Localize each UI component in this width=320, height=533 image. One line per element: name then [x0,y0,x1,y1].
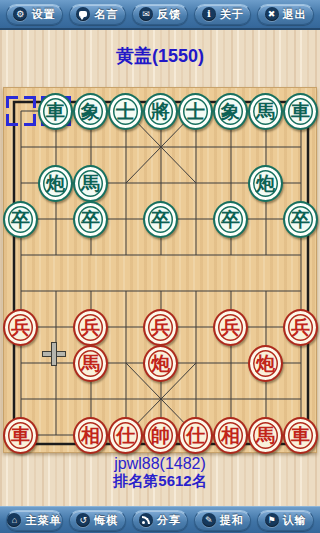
red-piece-C[interactable]: 炮 [248,345,283,382]
board-point[interactable]: 象 [73,93,108,129]
toolbar-button-speech-bubble[interactable]: 名言 [69,4,126,25]
black-piece-r[interactable]: 車 [283,93,318,130]
board-point[interactable]: 馬 [248,417,283,453]
gear-icon: ⚙ [13,7,27,21]
red-piece-P[interactable]: 兵 [73,309,108,346]
black-piece-p[interactable]: 卒 [3,201,38,238]
red-piece-P[interactable]: 兵 [143,309,178,346]
black-piece-p[interactable]: 卒 [283,201,318,238]
black-piece-n[interactable]: 馬 [248,93,283,130]
bottom-toolbar: ⌂主菜单↺悔棋分享✎提和⚑认输 [0,506,320,533]
black-piece-r[interactable]: 車 [38,93,73,130]
flag-icon: ⚑ [265,513,279,527]
board-point[interactable]: 卒 [283,201,318,237]
speech-bubble-icon [76,7,90,21]
crosshair-cursor [42,342,66,366]
board-point[interactable]: 兵 [283,309,318,345]
xiangqi-board[interactable]: 車象士將士象馬車炮馬炮卒卒卒卒卒兵兵兵兵兵馬炮炮車相仕帥仕相馬車 [3,87,317,453]
close-icon: ✖ [265,7,279,21]
red-piece-P[interactable]: 兵 [283,309,318,346]
red-piece-N[interactable]: 馬 [73,345,108,382]
board-point[interactable]: 兵 [73,309,108,345]
red-piece-B[interactable]: 相 [73,417,108,454]
share-icon [139,513,153,527]
board-point[interactable]: 車 [38,93,73,129]
board-point[interactable] [38,345,73,381]
board-point[interactable]: 炮 [143,345,178,381]
board-point[interactable]: 炮 [38,165,73,201]
board-point[interactable]: 車 [283,93,318,129]
board-point[interactable]: 兵 [3,309,38,345]
toolbar-button-label: 提和 [220,513,244,528]
board-point[interactable]: 卒 [3,201,38,237]
toolbar-button-flag[interactable]: ⚑认输 [257,510,314,531]
toolbar-button-label: 设置 [31,7,55,22]
pencil-icon: ✎ [202,513,216,527]
toolbar-button-close[interactable]: ✖退出 [257,4,314,25]
red-piece-A[interactable]: 仕 [178,417,213,454]
board-point[interactable]: 象 [213,93,248,129]
player-info: jpwl88(1482) 排名第5612名 [0,455,320,489]
last-move-from-marker [6,96,36,126]
toolbar-button-label: 悔棋 [94,513,118,528]
toolbar-button-gear[interactable]: ⚙设置 [6,4,63,25]
red-piece-B[interactable]: 相 [213,417,248,454]
player-rank: 排名第5612名 [0,473,320,490]
board-point[interactable]: 車 [283,417,318,453]
black-piece-a[interactable]: 士 [108,93,143,130]
envelope-icon: ✉ [139,7,153,21]
toolbar-button-share[interactable]: 分享 [132,510,189,531]
black-piece-c[interactable]: 炮 [38,165,73,202]
black-piece-p[interactable]: 卒 [73,201,108,238]
board-point[interactable]: 士 [108,93,143,129]
board-point[interactable]: 相 [213,417,248,453]
toolbar-button-label: 分享 [157,513,181,528]
board-point[interactable]: 卒 [73,201,108,237]
board-point[interactable]: 士 [178,93,213,129]
black-piece-b[interactable]: 象 [73,93,108,130]
black-piece-c[interactable]: 炮 [248,165,283,202]
board-point[interactable]: 將 [143,93,178,129]
red-piece-P[interactable]: 兵 [3,309,38,346]
black-piece-a[interactable]: 士 [178,93,213,130]
board-point[interactable]: 馬 [73,165,108,201]
board-point[interactable] [3,93,38,129]
board-point[interactable]: 馬 [73,345,108,381]
red-piece-K[interactable]: 帥 [143,417,178,454]
toolbar-button-undo[interactable]: ↺悔棋 [69,510,126,531]
red-piece-A[interactable]: 仕 [108,417,143,454]
undo-icon: ↺ [76,513,90,527]
board-point[interactable]: 卒 [143,201,178,237]
board-point[interactable]: 卒 [213,201,248,237]
toolbar-button-label: 退出 [283,7,307,22]
board-point[interactable]: 兵 [213,309,248,345]
red-piece-R[interactable]: 車 [283,417,318,454]
board-point[interactable]: 帥 [143,417,178,453]
toolbar-button-label: 主菜单 [25,513,61,528]
red-piece-P[interactable]: 兵 [213,309,248,346]
black-piece-p[interactable]: 卒 [213,201,248,238]
board-point[interactable]: 炮 [248,345,283,381]
info-icon: i [202,7,216,21]
top-toolbar: ⚙设置名言✉反馈i关于✖退出 [0,0,320,30]
board-point[interactable]: 仕 [178,417,213,453]
toolbar-button-pencil[interactable]: ✎提和 [194,510,251,531]
board-point[interactable]: 馬 [248,93,283,129]
board-point[interactable]: 車 [3,417,38,453]
red-piece-C[interactable]: 炮 [143,345,178,382]
toolbar-button-label: 名言 [94,7,118,22]
red-piece-N[interactable]: 馬 [248,417,283,454]
board-point[interactable]: 相 [73,417,108,453]
red-piece-R[interactable]: 車 [3,417,38,454]
home-icon: ⌂ [7,513,21,527]
toolbar-button-label: 反馈 [157,7,181,22]
toolbar-button-envelope[interactable]: ✉反馈 [132,4,189,25]
toolbar-button-label: 关于 [220,7,244,22]
board-point[interactable]: 炮 [248,165,283,201]
player-name: jpwl88(1482) [0,455,320,473]
board-intersections: 車象士將士象馬車炮馬炮卒卒卒卒卒兵兵兵兵兵馬炮炮車相仕帥仕相馬車 [3,93,318,453]
black-piece-b[interactable]: 象 [213,93,248,130]
toolbar-button-info[interactable]: i关于 [194,4,251,25]
opponent-name: 黄盖(1550) [0,44,320,68]
xiangqi-app: ⚙设置名言✉反馈i关于✖退出 黄盖(1550) 車象士將士象馬車炮馬炮卒卒卒卒卒… [0,0,320,533]
toolbar-button-label: 认输 [283,513,307,528]
black-piece-k[interactable]: 將 [143,93,178,130]
toolbar-button-home[interactable]: ⌂主菜单 [6,510,63,531]
black-piece-n[interactable]: 馬 [73,165,108,202]
board-point[interactable]: 兵 [143,309,178,345]
board-point[interactable]: 仕 [108,417,143,453]
black-piece-p[interactable]: 卒 [143,201,178,238]
